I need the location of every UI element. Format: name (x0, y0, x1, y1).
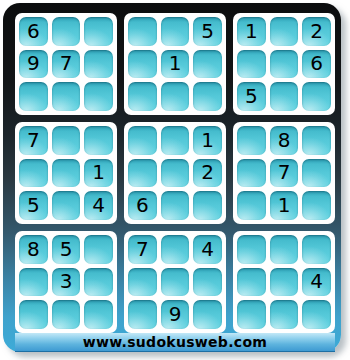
cell-r7c9[interactable] (302, 235, 331, 264)
cell-r1c4[interactable] (128, 17, 157, 46)
sudoku-screen: 69751126571541268718537494 www.sudokuswe… (0, 0, 350, 360)
cell-r1c1[interactable]: 6 (19, 17, 48, 46)
cell-r9c3[interactable] (84, 300, 113, 329)
cell-r5c9[interactable] (302, 159, 331, 188)
cell-r4c2[interactable] (52, 126, 81, 155)
cell-r6c4[interactable]: 6 (128, 191, 157, 220)
cell-r3c5[interactable] (161, 82, 190, 111)
cell-r1c6[interactable]: 5 (193, 17, 222, 46)
cell-r2c8[interactable] (270, 50, 299, 79)
cell-r4c3[interactable] (84, 126, 113, 155)
cell-r2c3[interactable] (84, 50, 113, 79)
cell-r3c8[interactable] (270, 82, 299, 111)
cell-r6c3[interactable]: 4 (84, 191, 113, 220)
cell-r8c4[interactable] (128, 268, 157, 297)
cell-r6c8[interactable]: 1 (270, 191, 299, 220)
cell-r9c5[interactable]: 9 (161, 300, 190, 329)
cell-r9c1[interactable] (19, 300, 48, 329)
cell-r5c5[interactable] (161, 159, 190, 188)
cell-r1c9[interactable]: 2 (302, 17, 331, 46)
box-r1c2: 51 (124, 13, 226, 115)
cell-r9c7[interactable] (237, 300, 266, 329)
footer-band: www.sudokusweb.com (15, 333, 335, 352)
cell-r3c1[interactable] (19, 82, 48, 111)
cell-r3c2[interactable] (52, 82, 81, 111)
cell-r5c2[interactable] (52, 159, 81, 188)
cell-r7c6[interactable]: 4 (193, 235, 222, 264)
cell-r7c1[interactable]: 8 (19, 235, 48, 264)
cell-r4c4[interactable] (128, 126, 157, 155)
cell-r6c5[interactable] (161, 191, 190, 220)
box-r1c3: 1265 (233, 13, 335, 115)
cell-r2c7[interactable] (237, 50, 266, 79)
box-r3c1: 853 (15, 231, 117, 333)
cell-r5c8[interactable]: 7 (270, 159, 299, 188)
cell-r6c1[interactable]: 5 (19, 191, 48, 220)
cell-r5c3[interactable]: 1 (84, 159, 113, 188)
cell-r5c6[interactable]: 2 (193, 159, 222, 188)
cell-r8c7[interactable] (237, 268, 266, 297)
cell-r9c4[interactable] (128, 300, 157, 329)
cell-r5c7[interactable] (237, 159, 266, 188)
cell-r7c3[interactable] (84, 235, 113, 264)
cell-r4c5[interactable] (161, 126, 190, 155)
cell-r5c1[interactable] (19, 159, 48, 188)
cell-r7c7[interactable] (237, 235, 266, 264)
cell-r8c2[interactable]: 3 (52, 268, 81, 297)
cell-r2c5[interactable]: 1 (161, 50, 190, 79)
cell-r9c2[interactable] (52, 300, 81, 329)
cell-r8c5[interactable] (161, 268, 190, 297)
cell-r8c3[interactable] (84, 268, 113, 297)
cell-r3c6[interactable] (193, 82, 222, 111)
cell-r1c8[interactable] (270, 17, 299, 46)
cell-r7c4[interactable]: 7 (128, 235, 157, 264)
cell-r2c6[interactable] (193, 50, 222, 79)
cell-r6c6[interactable] (193, 191, 222, 220)
box-r2c2: 126 (124, 122, 226, 224)
cell-r8c6[interactable] (193, 268, 222, 297)
cell-r6c7[interactable] (237, 191, 266, 220)
cell-r6c2[interactable] (52, 191, 81, 220)
cell-r1c7[interactable]: 1 (237, 17, 266, 46)
box-r2c1: 7154 (15, 122, 117, 224)
cell-r4c1[interactable]: 7 (19, 126, 48, 155)
cell-r3c4[interactable] (128, 82, 157, 111)
cell-r3c3[interactable] (84, 82, 113, 111)
cell-r4c8[interactable]: 8 (270, 126, 299, 155)
box-r3c3: 4 (233, 231, 335, 333)
cell-r1c3[interactable] (84, 17, 113, 46)
cell-r7c5[interactable] (161, 235, 190, 264)
cell-r8c9[interactable]: 4 (302, 268, 331, 297)
cell-r7c8[interactable] (270, 235, 299, 264)
cell-r4c7[interactable] (237, 126, 266, 155)
cell-r2c2[interactable]: 7 (52, 50, 81, 79)
cell-r8c8[interactable] (270, 268, 299, 297)
sudoku-frame: 69751126571541268718537494 www.sudokuswe… (3, 3, 341, 352)
cell-r9c8[interactable] (270, 300, 299, 329)
cell-r4c9[interactable] (302, 126, 331, 155)
cell-r2c4[interactable] (128, 50, 157, 79)
cell-r3c7[interactable]: 5 (237, 82, 266, 111)
cell-r4c6[interactable]: 1 (193, 126, 222, 155)
box-r2c3: 871 (233, 122, 335, 224)
box-r1c1: 697 (15, 13, 117, 115)
cell-r7c2[interactable]: 5 (52, 235, 81, 264)
cell-r2c1[interactable]: 9 (19, 50, 48, 79)
site-url-link[interactable]: www.sudokusweb.com (83, 335, 267, 349)
cell-r1c2[interactable] (52, 17, 81, 46)
cell-r8c1[interactable] (19, 268, 48, 297)
cell-r1c5[interactable] (161, 17, 190, 46)
box-r3c2: 749 (124, 231, 226, 333)
cell-r5c4[interactable] (128, 159, 157, 188)
cell-r9c9[interactable] (302, 300, 331, 329)
cell-r9c6[interactable] (193, 300, 222, 329)
cell-r6c9[interactable] (302, 191, 331, 220)
cell-r3c9[interactable] (302, 82, 331, 111)
sudoku-board: 69751126571541268718537494 (15, 13, 335, 333)
cell-r2c9[interactable]: 6 (302, 50, 331, 79)
